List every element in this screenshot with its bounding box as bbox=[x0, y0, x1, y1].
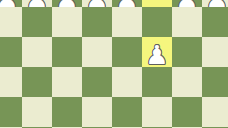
square-b6[interactable] bbox=[172, 97, 202, 127]
square-d2[interactable]: ♟ bbox=[112, 0, 142, 7]
square-f4[interactable] bbox=[52, 37, 82, 67]
square-h5[interactable]: 5 bbox=[0, 67, 22, 97]
square-a3[interactable] bbox=[202, 7, 228, 37]
square-e4[interactable] bbox=[82, 37, 112, 67]
square-e5[interactable] bbox=[82, 67, 112, 97]
square-c4[interactable]: ♟ bbox=[142, 37, 172, 67]
square-h2[interactable]: ♟ bbox=[0, 0, 22, 7]
square-a5[interactable] bbox=[202, 67, 228, 97]
square-e7[interactable] bbox=[82, 127, 112, 128]
square-d3[interactable] bbox=[112, 7, 142, 37]
square-g6[interactable] bbox=[22, 97, 52, 127]
square-c2[interactable] bbox=[142, 0, 172, 7]
square-c7[interactable] bbox=[142, 127, 172, 128]
square-g3[interactable] bbox=[22, 7, 52, 37]
square-e3[interactable] bbox=[82, 7, 112, 37]
square-h6[interactable]: 6 bbox=[0, 97, 22, 127]
square-b2[interactable]: ♟ bbox=[172, 0, 202, 7]
square-b3[interactable] bbox=[172, 7, 202, 37]
square-d5[interactable] bbox=[112, 67, 142, 97]
square-g5[interactable] bbox=[22, 67, 52, 97]
chess-board: ♟♟♟♟♟♟♟34♟56 bbox=[0, 0, 228, 128]
square-a7[interactable] bbox=[202, 127, 228, 128]
square-h4[interactable]: 4 bbox=[0, 37, 22, 67]
square-g2[interactable]: ♟ bbox=[22, 0, 52, 7]
square-a6[interactable] bbox=[202, 97, 228, 127]
square-e2[interactable]: ♟ bbox=[82, 0, 112, 7]
square-h7[interactable] bbox=[0, 127, 22, 128]
square-f3[interactable] bbox=[52, 7, 82, 37]
square-c3[interactable] bbox=[142, 7, 172, 37]
square-f2[interactable]: ♟ bbox=[52, 0, 82, 7]
square-g4[interactable] bbox=[22, 37, 52, 67]
square-b7[interactable] bbox=[172, 127, 202, 128]
square-a4[interactable] bbox=[202, 37, 228, 67]
square-c5[interactable] bbox=[142, 67, 172, 97]
square-h3[interactable]: 3 bbox=[0, 7, 22, 37]
square-g7[interactable] bbox=[22, 127, 52, 128]
square-f6[interactable] bbox=[52, 97, 82, 127]
square-d7[interactable] bbox=[112, 127, 142, 128]
chess-board-viewport: ♟♟♟♟♟♟♟34♟56 bbox=[0, 0, 228, 128]
square-f5[interactable] bbox=[52, 67, 82, 97]
square-b4[interactable] bbox=[172, 37, 202, 67]
square-a2[interactable]: ♟ bbox=[202, 0, 228, 7]
square-e6[interactable] bbox=[82, 97, 112, 127]
square-d6[interactable] bbox=[112, 97, 142, 127]
white-pawn-c4[interactable]: ♟ bbox=[142, 40, 172, 70]
square-f7[interactable] bbox=[52, 127, 82, 128]
square-d4[interactable] bbox=[112, 37, 142, 67]
square-c6[interactable] bbox=[142, 97, 172, 127]
square-b5[interactable] bbox=[172, 67, 202, 97]
